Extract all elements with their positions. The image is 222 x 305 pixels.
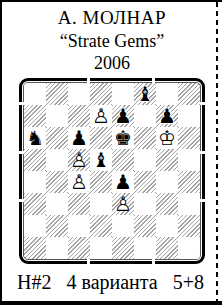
black-king-e6: ♚ <box>112 127 134 149</box>
square-g2 <box>156 215 178 237</box>
square-f1 <box>134 237 156 259</box>
black-bishop-f8: ♝ <box>134 83 156 105</box>
square-h7 <box>178 105 200 127</box>
white-pawn-c4: ♟♙ <box>68 171 90 193</box>
square-e1 <box>112 237 134 259</box>
square-e7: ♟ <box>112 105 134 127</box>
square-g4 <box>156 171 178 193</box>
black-pawn-glyph: ♟ <box>68 127 90 149</box>
square-h5 <box>178 149 200 171</box>
square-h4 <box>178 171 200 193</box>
square-c8 <box>68 83 90 105</box>
author-name: А. МОЛНАР <box>2 7 222 30</box>
white-pawn-c5: ♟♙ <box>68 149 90 171</box>
black-bishop-glyph: ♝ <box>90 149 112 171</box>
frame-notch <box>18 102 24 105</box>
square-c6: ♟ <box>68 127 90 149</box>
white-king-g6: ♚♔ <box>156 127 178 149</box>
black-pawn-c6: ♟ <box>68 127 90 149</box>
square-f8: ♝ <box>134 83 156 105</box>
publication-year: 2006 <box>2 52 222 75</box>
chess-board-frame: ♝♟♙♟♟♞♟♚♚♔♟♙♝♟♙♟♟♙ <box>19 78 205 264</box>
frame-notch <box>200 102 206 105</box>
chess-board-inner-border: ♝♟♙♟♟♞♟♚♚♔♟♙♝♟♙♟♟♙ <box>23 82 201 260</box>
stipulation-row: H#2 4 варианта 5+8 <box>2 264 222 294</box>
frame-notch <box>200 199 206 202</box>
frame-notch <box>87 259 90 265</box>
black-bishop-glyph: ♝ <box>134 83 156 105</box>
frame-notch <box>152 77 155 83</box>
black-pawn-g7: ♟ <box>156 105 178 127</box>
white-pawn-glyph: ♙ <box>68 171 90 193</box>
square-f4 <box>134 171 156 193</box>
square-c7 <box>68 105 90 127</box>
square-b2 <box>46 215 68 237</box>
square-d2 <box>90 215 112 237</box>
square-e3: ♟♙ <box>112 193 134 215</box>
square-g7: ♟ <box>156 105 178 127</box>
square-c5: ♟♙ <box>68 149 90 171</box>
square-h8 <box>178 83 200 105</box>
frame-notch <box>18 151 24 154</box>
square-b5 <box>46 149 68 171</box>
square-f2 <box>134 215 156 237</box>
problem-diagram-page: А. МОЛНАР “Strate Gems” 2006 ♝♟♙♟♟♞♟♚♚♔♟… <box>0 0 222 305</box>
black-pawn-glyph: ♟ <box>112 171 134 193</box>
square-b4 <box>46 171 68 193</box>
square-h6 <box>178 127 200 149</box>
square-c4: ♟♙ <box>68 171 90 193</box>
square-f5 <box>134 149 156 171</box>
square-g3 <box>156 193 178 215</box>
black-knight-a6: ♞ <box>24 127 46 149</box>
frame-notch <box>200 151 206 154</box>
frame-notch <box>152 259 155 265</box>
square-b6 <box>46 127 68 149</box>
black-pawn-glyph: ♟ <box>112 105 134 127</box>
white-pawn-glyph: ♙ <box>112 193 134 215</box>
page-cut-dashed-line <box>216 2 218 301</box>
square-d6 <box>90 127 112 149</box>
square-a8 <box>24 83 46 105</box>
square-d4 <box>90 171 112 193</box>
square-e8 <box>112 83 134 105</box>
square-d5: ♝ <box>90 149 112 171</box>
square-b3 <box>46 193 68 215</box>
square-a5 <box>24 149 46 171</box>
square-d7: ♟♙ <box>90 105 112 127</box>
stipulation-label: H#2 <box>17 270 51 294</box>
square-d3 <box>90 193 112 215</box>
square-g1 <box>156 237 178 259</box>
square-a2 <box>24 215 46 237</box>
square-g6: ♚♔ <box>156 127 178 149</box>
source-title: “Strate Gems” <box>2 30 222 53</box>
square-b1 <box>46 237 68 259</box>
square-f6 <box>134 127 156 149</box>
square-a7 <box>24 105 46 127</box>
square-g8 <box>156 83 178 105</box>
square-a4 <box>24 171 46 193</box>
square-d8 <box>90 83 112 105</box>
square-h2 <box>178 215 200 237</box>
white-pawn-e3: ♟♙ <box>112 193 134 215</box>
square-c3 <box>68 193 90 215</box>
square-a3 <box>24 193 46 215</box>
chess-board: ♝♟♙♟♟♞♟♚♚♔♟♙♝♟♙♟♟♙ <box>24 83 200 259</box>
square-f7 <box>134 105 156 127</box>
white-king-glyph: ♔ <box>156 127 178 149</box>
black-knight-glyph: ♞ <box>24 127 46 149</box>
frame-notch <box>87 77 90 83</box>
square-h3 <box>178 193 200 215</box>
black-bishop-d5: ♝ <box>90 149 112 171</box>
square-h1 <box>178 237 200 259</box>
black-pawn-e7: ♟ <box>112 105 134 127</box>
square-e4: ♟ <box>112 171 134 193</box>
square-e2 <box>112 215 134 237</box>
frame-notch <box>18 199 24 202</box>
square-a6: ♞ <box>24 127 46 149</box>
black-pawn-e4: ♟ <box>112 171 134 193</box>
square-f3 <box>134 193 156 215</box>
square-e5 <box>112 149 134 171</box>
square-b8 <box>46 83 68 105</box>
variants-label: 4 варианта <box>66 270 157 294</box>
square-d1 <box>90 237 112 259</box>
square-a1 <box>24 237 46 259</box>
square-c2 <box>68 215 90 237</box>
white-pawn-d7: ♟♙ <box>90 105 112 127</box>
diagram-header: А. МОЛНАР “Strate Gems” 2006 <box>2 2 222 75</box>
material-count-label: 5+8 <box>173 270 204 294</box>
square-b7 <box>46 105 68 127</box>
white-pawn-glyph: ♙ <box>90 105 112 127</box>
black-pawn-glyph: ♟ <box>156 105 178 127</box>
square-e6: ♚ <box>112 127 134 149</box>
black-king-glyph: ♚ <box>112 127 134 149</box>
white-pawn-glyph: ♙ <box>68 149 90 171</box>
square-g5 <box>156 149 178 171</box>
square-c1 <box>68 237 90 259</box>
